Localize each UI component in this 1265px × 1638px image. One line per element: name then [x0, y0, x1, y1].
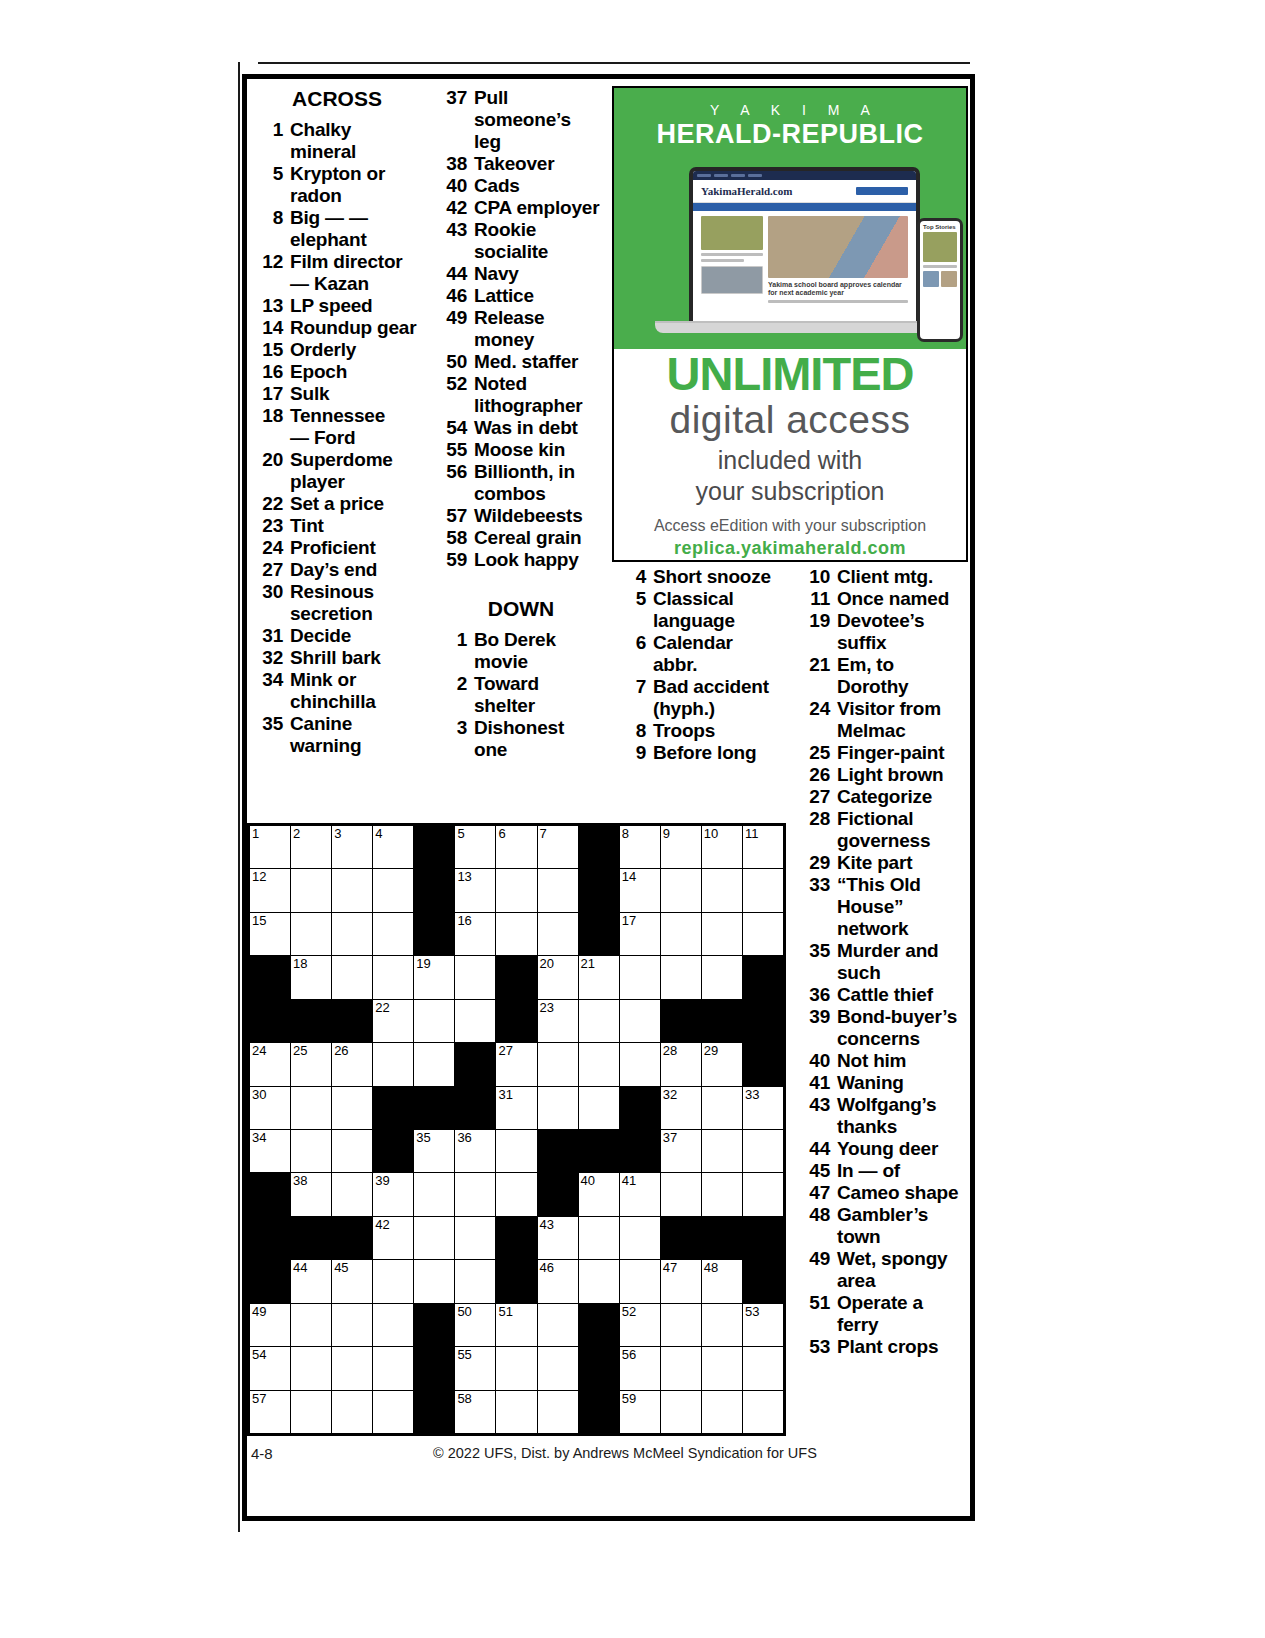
- clue-number: 36: [800, 984, 837, 1006]
- grid-cell-r2c2[interactable]: [291, 869, 331, 911]
- grid-cell-r4c8[interactable]: 20: [538, 956, 578, 998]
- grid-cell-r14c1[interactable]: 57: [250, 1391, 290, 1433]
- clue-number: 34: [253, 669, 290, 713]
- clue-number: 25: [800, 742, 837, 764]
- clue-down-10: 10Client mtg.: [800, 566, 972, 588]
- grid-cell-r14c2[interactable]: [291, 1391, 331, 1433]
- clue-down-45: 45In — of: [800, 1160, 972, 1182]
- grid-cell-r6c10[interactable]: [620, 1043, 660, 1085]
- clue-number: 15: [253, 339, 290, 361]
- block-cell-r1c5: [414, 826, 454, 868]
- clue-text: Plant crops: [837, 1336, 972, 1358]
- grid-cell-r4c9[interactable]: 21: [579, 956, 619, 998]
- clue-text: Rookie socialite: [474, 219, 617, 263]
- clue-across-56: 56Billionth, in combos: [437, 461, 617, 505]
- clue-text: Chalky mineral: [290, 119, 435, 163]
- grid-cell-r1c8[interactable]: 7: [538, 826, 578, 868]
- news-photo: [941, 271, 957, 287]
- grid-cell-r9c5[interactable]: [414, 1173, 454, 1215]
- grid-cell-r1c2[interactable]: 2: [291, 826, 331, 868]
- cell-number: 59: [622, 1391, 636, 1406]
- grid-cell-r7c12[interactable]: [702, 1087, 742, 1129]
- grid-cell-r8c12[interactable]: [702, 1130, 742, 1172]
- grid-cell-r8c6[interactable]: 36: [455, 1130, 495, 1172]
- grid-cell-r9c10[interactable]: 41: [620, 1173, 660, 1215]
- cell-number: 1: [252, 826, 259, 841]
- grid-cell-r14c12[interactable]: [702, 1391, 742, 1433]
- clue-number: 47: [800, 1182, 837, 1204]
- cell-number: 55: [457, 1347, 471, 1362]
- block-cell-r5c3: [332, 1000, 372, 1042]
- grid-cell-r11c4[interactable]: [373, 1260, 413, 1302]
- grid-cell-r11c5[interactable]: [414, 1260, 454, 1302]
- grid-cell-r14c11[interactable]: [661, 1391, 701, 1433]
- cell-number: 4: [375, 826, 382, 841]
- cell-number: 22: [375, 1000, 389, 1015]
- cell-number: 14: [622, 869, 636, 884]
- brand-herald-republic: HERALD-REPUBLIC: [614, 119, 966, 150]
- block-cell-r5c12: [702, 1000, 742, 1042]
- block-cell-r3c9: [579, 913, 619, 955]
- clue-text: Fictional governess: [837, 808, 972, 852]
- grid-cell-r13c4[interactable]: [373, 1347, 413, 1389]
- grid-cell-r2c6[interactable]: 13: [455, 869, 495, 911]
- grid-cell-r3c2[interactable]: [291, 913, 331, 955]
- grid-cell-r6c11[interactable]: 28: [661, 1043, 701, 1085]
- cell-number: 32: [663, 1087, 677, 1102]
- grid-cell-r1c13[interactable]: 11: [743, 826, 783, 868]
- clue-across-22: 22Set a price: [253, 493, 435, 515]
- grid-cell-r10c4[interactable]: 42: [373, 1217, 413, 1259]
- clue-number: 20: [253, 449, 290, 493]
- clue-number: 58: [437, 527, 474, 549]
- cell-number: 29: [704, 1043, 718, 1058]
- grid-cell-r1c1[interactable]: 1: [250, 826, 290, 868]
- grid-cell-r12c6[interactable]: 50: [455, 1304, 495, 1346]
- grid-cell-r13c3[interactable]: [332, 1347, 372, 1389]
- grid-cell-r6c2[interactable]: 25: [291, 1043, 331, 1085]
- clue-text: Billionth, in combos: [474, 461, 617, 505]
- clue-across-43: 43Rookie socialite: [437, 219, 617, 263]
- clue-down-2: 2Toward shelter: [437, 673, 617, 717]
- grid-cell-r11c9[interactable]: [579, 1260, 619, 1302]
- block-cell-r5c11: [661, 1000, 701, 1042]
- grid-cell-r13c7[interactable]: [496, 1347, 536, 1389]
- clue-text: Murder and such: [837, 940, 972, 984]
- cell-number: 56: [622, 1347, 636, 1362]
- grid-cell-r6c9[interactable]: [579, 1043, 619, 1085]
- clue-number: 49: [437, 307, 474, 351]
- grid-cell-r3c3[interactable]: [332, 913, 372, 955]
- grid-cell-r5c8[interactable]: 23: [538, 1000, 578, 1042]
- clue-number: 5: [253, 163, 290, 207]
- clue-text: Cattle thief: [837, 984, 972, 1006]
- grid-cell-r6c1[interactable]: 24: [250, 1043, 290, 1085]
- laptop-screen: YakimaHerald.com Yakima sc: [689, 167, 920, 325]
- grid-cell-r6c12[interactable]: 29: [702, 1043, 742, 1085]
- clue-across-50: 50Med. staffer: [437, 351, 617, 373]
- clue-across-35: 35Canine warning: [253, 713, 435, 757]
- grid-cell-r14c4[interactable]: [373, 1391, 413, 1433]
- grid-cell-r5c6[interactable]: [455, 1000, 495, 1042]
- cell-number: 31: [498, 1087, 512, 1102]
- clue-number: 51: [800, 1292, 837, 1336]
- date-code: 4-8: [251, 1445, 273, 1462]
- grid-cell-r13c13[interactable]: [743, 1347, 783, 1389]
- clue-text: Calendar abbr.: [653, 632, 796, 676]
- phone-label: Top Stories: [923, 224, 957, 230]
- cell-number: 18: [293, 956, 307, 971]
- clue-number: 4: [622, 566, 653, 588]
- grid-cell-r9c9[interactable]: 40: [579, 1173, 619, 1215]
- block-cell-r5c13: [743, 1000, 783, 1042]
- clue-text: Cameo shape: [837, 1182, 972, 1204]
- clue-down-49: 49Wet, spongy area: [800, 1248, 972, 1292]
- grid-cell-r8c1[interactable]: 34: [250, 1130, 290, 1172]
- cell-number: 13: [457, 869, 471, 884]
- cell-number: 39: [375, 1173, 389, 1188]
- clue-text: Canine warning: [290, 713, 435, 757]
- clue-across-44: 44Navy: [437, 263, 617, 285]
- block-cell-r7c4: [373, 1087, 413, 1129]
- clue-number: 2: [437, 673, 474, 717]
- grid-cell-r11c2[interactable]: 44: [291, 1260, 331, 1302]
- grid-cell-r9c11[interactable]: [661, 1173, 701, 1215]
- clue-down-33: 33“This Old House” network: [800, 874, 972, 940]
- grid-cell-r2c1[interactable]: 12: [250, 869, 290, 911]
- grid-cell-r1c11[interactable]: 9: [661, 826, 701, 868]
- grid-cell-r7c7[interactable]: 31: [496, 1087, 536, 1129]
- grid-cell-r9c12[interactable]: [702, 1173, 742, 1215]
- grid-cell-r5c10[interactable]: [620, 1000, 660, 1042]
- grid-cell-r6c3[interactable]: 26: [332, 1043, 372, 1085]
- grid-cell-r4c4[interactable]: [373, 956, 413, 998]
- grid-cell-r14c8[interactable]: [538, 1391, 578, 1433]
- grid-cell-r7c13[interactable]: 33: [743, 1087, 783, 1129]
- cell-number: 36: [457, 1130, 471, 1145]
- grid-cell-r1c6[interactable]: 5: [455, 826, 495, 868]
- block-cell-r8c4: [373, 1130, 413, 1172]
- block-cell-r7c5: [414, 1087, 454, 1129]
- cell-number: 3: [334, 826, 341, 841]
- clue-across-16: 16Epoch: [253, 361, 435, 383]
- grid-cell-r12c1[interactable]: 49: [250, 1304, 290, 1346]
- grid-cell-r9c7[interactable]: [496, 1173, 536, 1215]
- clue-down-47: 47Cameo shape: [800, 1182, 972, 1204]
- grid-cell-r2c10[interactable]: 14: [620, 869, 660, 911]
- grid-cell-r2c3[interactable]: [332, 869, 372, 911]
- grid-cell-r8c3[interactable]: [332, 1130, 372, 1172]
- cell-number: 47: [663, 1260, 677, 1275]
- clue-column-4: 10Client mtg.11Once named19Devotee’s suf…: [800, 566, 972, 1358]
- grid-cell-r12c11[interactable]: [661, 1304, 701, 1346]
- clue-number: 31: [253, 625, 290, 647]
- grid-cell-r13c6[interactable]: 55: [455, 1347, 495, 1389]
- grid-cell-r12c12[interactable]: [702, 1304, 742, 1346]
- clue-text: LP speed: [290, 295, 435, 317]
- cell-number: 7: [540, 826, 547, 841]
- clue-down-5: 5Classical language: [622, 588, 796, 632]
- grid-cell-r2c11[interactable]: [661, 869, 701, 911]
- news-photo: [768, 216, 908, 278]
- grid-cell-r3c6[interactable]: 16: [455, 913, 495, 955]
- grid-cell-r5c4[interactable]: 22: [373, 1000, 413, 1042]
- cell-number: 28: [663, 1043, 677, 1058]
- grid-cell-r7c3[interactable]: [332, 1087, 372, 1129]
- scan-artifact-line: [258, 62, 970, 64]
- grid-cell-r8c2[interactable]: [291, 1130, 331, 1172]
- clue-across-8: 8Big — — elephant: [253, 207, 435, 251]
- grid-cell-r7c9[interactable]: [579, 1087, 619, 1129]
- grid-cell-r1c10[interactable]: 8: [620, 826, 660, 868]
- grid-cell-r7c11[interactable]: 32: [661, 1087, 701, 1129]
- cell-number: 49: [252, 1304, 266, 1319]
- grid-cell-r14c13[interactable]: [743, 1391, 783, 1433]
- scan-artifact-line: [238, 62, 240, 1532]
- block-cell-r2c5: [414, 869, 454, 911]
- grid-cell-r2c8[interactable]: [538, 869, 578, 911]
- clue-number: 45: [800, 1160, 837, 1182]
- clue-text: Not him: [837, 1050, 972, 1072]
- clue-number: 27: [800, 786, 837, 808]
- grid-cell-r9c6[interactable]: [455, 1173, 495, 1215]
- clue-across-12: 12Film director — Kazan: [253, 251, 435, 295]
- grid-cell-r4c5[interactable]: 19: [414, 956, 454, 998]
- grid-cell-r3c10[interactable]: 17: [620, 913, 660, 955]
- copyright: © 2022 UFS, Dist. by Andrews McMeel Synd…: [433, 1445, 817, 1461]
- grid-cell-r14c6[interactable]: 58: [455, 1391, 495, 1433]
- grid-cell-r2c12[interactable]: [702, 869, 742, 911]
- clue-text: Day’s end: [290, 559, 435, 581]
- clue-down-36: 36Cattle thief: [800, 984, 972, 1006]
- clue-text: Decide: [290, 625, 435, 647]
- puzzle-box: ACROSS 1Chalky mineral5Krypton or radon8…: [242, 74, 975, 1521]
- clue-number: 17: [253, 383, 290, 405]
- cell-number: 37: [663, 1130, 677, 1145]
- grid-cell-r2c4[interactable]: [373, 869, 413, 911]
- grid-cell-r9c2[interactable]: 38: [291, 1173, 331, 1215]
- grid-cell-r9c3[interactable]: [332, 1173, 372, 1215]
- grid-cell-r3c7[interactable]: [496, 913, 536, 955]
- grid-cell-r7c2[interactable]: [291, 1087, 331, 1129]
- grid-cell-r13c11[interactable]: [661, 1347, 701, 1389]
- clue-number: 8: [253, 207, 290, 251]
- cell-number: 40: [581, 1173, 595, 1188]
- clue-number: 53: [800, 1336, 837, 1358]
- cell-number: 50: [457, 1304, 471, 1319]
- car-ad-image: [701, 266, 763, 294]
- grid-cell-r2c7[interactable]: [496, 869, 536, 911]
- clue-number: 41: [800, 1072, 837, 1094]
- clue-text: Shrill bark: [290, 647, 435, 669]
- clue-across-54: 54Was in debt: [437, 417, 617, 439]
- clue-number: 50: [437, 351, 474, 373]
- clue-number: 32: [253, 647, 290, 669]
- grid-cell-r6c8[interactable]: [538, 1043, 578, 1085]
- clue-number: 1: [253, 119, 290, 163]
- block-cell-r4c7: [496, 956, 536, 998]
- clue-across-5: 5Krypton or radon: [253, 163, 435, 207]
- grid-cell-r8c13[interactable]: [743, 1130, 783, 1172]
- grid-cell-r3c4[interactable]: [373, 913, 413, 955]
- grid-cell-r1c3[interactable]: 3: [332, 826, 372, 868]
- clue-number: 11: [800, 588, 837, 610]
- clue-number: 26: [800, 764, 837, 786]
- clue-down-3: 3Dishonest one: [437, 717, 617, 761]
- grid-cell-r10c5[interactable]: [414, 1217, 454, 1259]
- grid-cell-r4c2[interactable]: 18: [291, 956, 331, 998]
- grid-cell-r8c7[interactable]: [496, 1130, 536, 1172]
- grid-cell-r9c13[interactable]: [743, 1173, 783, 1215]
- clue-text: Navy: [474, 263, 617, 285]
- clue-number: 19: [800, 610, 837, 654]
- grid-cell-r1c12[interactable]: 10: [702, 826, 742, 868]
- cell-number: 34: [252, 1130, 266, 1145]
- grid-cell-r14c3[interactable]: [332, 1391, 372, 1433]
- block-cell-r6c13: [743, 1043, 783, 1085]
- grid-cell-r3c11[interactable]: [661, 913, 701, 955]
- grid-cell-r13c10[interactable]: 56: [620, 1347, 660, 1389]
- clue-number: 43: [800, 1094, 837, 1138]
- grid-cell-r13c8[interactable]: [538, 1347, 578, 1389]
- clue-text: Krypton or radon: [290, 163, 435, 207]
- grid-cell-r2c13[interactable]: [743, 869, 783, 911]
- grid-cell-r12c3[interactable]: [332, 1304, 372, 1346]
- grid-cell-r11c3[interactable]: 45: [332, 1260, 372, 1302]
- clue-text: Release money: [474, 307, 617, 351]
- grid-cell-r10c9[interactable]: [579, 1217, 619, 1259]
- cell-number: 46: [540, 1260, 554, 1275]
- block-cell-r4c1: [250, 956, 290, 998]
- ad-url[interactable]: replica.yakimaherald.com: [614, 538, 966, 559]
- clue-text: Takeover: [474, 153, 617, 175]
- grid-cell-r12c4[interactable]: [373, 1304, 413, 1346]
- grid-cell-r13c12[interactable]: [702, 1347, 742, 1389]
- clue-down-41: 41Waning: [800, 1072, 972, 1094]
- grid-cell-r12c13[interactable]: 53: [743, 1304, 783, 1346]
- clue-text: Look happy: [474, 549, 617, 571]
- grid-cell-r5c5[interactable]: [414, 1000, 454, 1042]
- clue-text: Wildebeests: [474, 505, 617, 527]
- clue-across-59: 59Look happy: [437, 549, 617, 571]
- clue-column-1: ACROSS 1Chalky mineral5Krypton or radon8…: [253, 85, 435, 757]
- grid-cell-r4c11[interactable]: [661, 956, 701, 998]
- grid-cell-r3c8[interactable]: [538, 913, 578, 955]
- grid-cell-r12c2[interactable]: [291, 1304, 331, 1346]
- grid-cell-r3c12[interactable]: [702, 913, 742, 955]
- grid-cell-r3c1[interactable]: 15: [250, 913, 290, 955]
- grid-cell-r11c6[interactable]: [455, 1260, 495, 1302]
- laptop-base: [655, 321, 949, 333]
- grid-cell-r4c10[interactable]: [620, 956, 660, 998]
- clue-across-57: 57Wildebeests: [437, 505, 617, 527]
- cell-number: 58: [457, 1391, 471, 1406]
- grid-cell-r4c3[interactable]: [332, 956, 372, 998]
- clue-across-13: 13LP speed: [253, 295, 435, 317]
- grid-cell-r1c4[interactable]: 4: [373, 826, 413, 868]
- grid-cell-r12c10[interactable]: 52: [620, 1304, 660, 1346]
- clue-down-21: 21Em, to Dorothy: [800, 654, 972, 698]
- grid-cell-r6c7[interactable]: 27: [496, 1043, 536, 1085]
- grid-cell-r12c8[interactable]: [538, 1304, 578, 1346]
- clue-down-53: 53Plant crops: [800, 1336, 972, 1358]
- clue-number: 8: [622, 720, 653, 742]
- clue-number: 40: [437, 175, 474, 197]
- cell-number: 33: [745, 1087, 759, 1102]
- grid-cell-r14c7[interactable]: [496, 1391, 536, 1433]
- grid-cell-r5c9[interactable]: [579, 1000, 619, 1042]
- grid-cell-r1c7[interactable]: 6: [496, 826, 536, 868]
- clue-number: 1: [437, 629, 474, 673]
- clue-text: Bond-buyer’s concerns: [837, 1006, 972, 1050]
- clue-number: 48: [800, 1204, 837, 1248]
- grid-cell-r7c1[interactable]: 30: [250, 1087, 290, 1129]
- clue-text: Film director — Kazan: [290, 251, 435, 295]
- grid-cell-r11c12[interactable]: 48: [702, 1260, 742, 1302]
- block-cell-r7c6: [455, 1087, 495, 1129]
- cell-number: 12: [252, 869, 266, 884]
- clue-number: 57: [437, 505, 474, 527]
- grid-cell-r11c11[interactable]: 47: [661, 1260, 701, 1302]
- clue-text: Tint: [290, 515, 435, 537]
- browser-bar: [693, 171, 916, 180]
- grid-cell-r8c5[interactable]: 35: [414, 1130, 454, 1172]
- clue-text: Cads: [474, 175, 617, 197]
- crossword-grid: 1234567891011121314151617181920212223242…: [247, 823, 786, 1436]
- grid-cell-r10c8[interactable]: 43: [538, 1217, 578, 1259]
- grid-cell-r4c12[interactable]: [702, 956, 742, 998]
- grid-cell-r13c2[interactable]: [291, 1347, 331, 1389]
- grid-cell-r6c4[interactable]: [373, 1043, 413, 1085]
- cell-number: 43: [540, 1217, 554, 1232]
- grid-cell-r7c8[interactable]: [538, 1087, 578, 1129]
- clue-down-7: 7Bad accident (hyph.): [622, 676, 796, 720]
- grid-cell-r3c13[interactable]: [743, 913, 783, 955]
- clue-number: 13: [253, 295, 290, 317]
- clue-across-49: 49Release money: [437, 307, 617, 351]
- cell-number: 41: [622, 1173, 636, 1188]
- laptop-mockup: YakimaHerald.com Yakima sc: [655, 167, 949, 335]
- grid-cell-r14c10[interactable]: 59: [620, 1391, 660, 1433]
- clue-down-43: 43Wolfgang’s thanks: [800, 1094, 972, 1138]
- grid-cell-r10c6[interactable]: [455, 1217, 495, 1259]
- grid-cell-r12c7[interactable]: 51: [496, 1304, 536, 1346]
- cell-number: 26: [334, 1043, 348, 1058]
- clue-number: 39: [800, 1006, 837, 1050]
- grid-cell-r6c5[interactable]: [414, 1043, 454, 1085]
- subscription-ad: Y A K I M A HERALD-REPUBLIC YakimaHerald…: [612, 86, 968, 562]
- across-clues-part1: 1Chalky mineral5Krypton or radon8Big — —…: [253, 119, 435, 757]
- grid-cell-r11c10[interactable]: [620, 1260, 660, 1302]
- grid-cell-r10c10[interactable]: [620, 1217, 660, 1259]
- clue-number: 38: [437, 153, 474, 175]
- clue-number: 37: [437, 87, 474, 153]
- grid-cell-r9c4[interactable]: 39: [373, 1173, 413, 1215]
- grid-cell-r13c1[interactable]: 54: [250, 1347, 290, 1389]
- grid-cell-r4c6[interactable]: [455, 956, 495, 998]
- grid-cell-r11c8[interactable]: 46: [538, 1260, 578, 1302]
- grid-cell-r8c11[interactable]: 37: [661, 1130, 701, 1172]
- page: ACROSS 1Chalky mineral5Krypton or radon8…: [0, 0, 1265, 1638]
- block-cell-r11c7: [496, 1260, 536, 1302]
- clue-down-48: 48Gambler’s town: [800, 1204, 972, 1248]
- clue-across-34: 34Mink or chinchilla: [253, 669, 435, 713]
- clue-text: Gambler’s town: [837, 1204, 972, 1248]
- block-cell-r9c1: [250, 1173, 290, 1215]
- clue-number: 21: [800, 654, 837, 698]
- clue-number: 6: [622, 632, 653, 676]
- site-content: Yakima school board approves calendar fo…: [693, 211, 916, 308]
